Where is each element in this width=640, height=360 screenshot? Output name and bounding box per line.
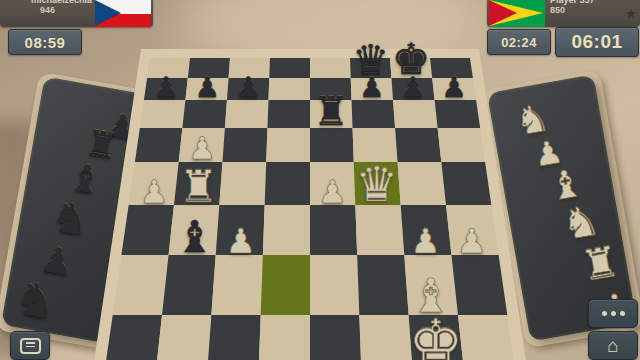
piece-black-P-c7[interactable]: ♟	[236, 74, 261, 102]
clock-right-move-timer: 02:24	[487, 29, 551, 55]
square-d4[interactable]	[265, 162, 310, 205]
square-d7[interactable]	[268, 78, 310, 100]
ellipsis-icon	[602, 311, 625, 316]
piece-white-P-g3[interactable]: ♟	[410, 224, 440, 258]
piece-black-B-b3[interactable]: ♝	[175, 215, 214, 259]
player-rating-left: 946	[0, 5, 55, 15]
square-d8[interactable]	[269, 58, 310, 78]
square-g4[interactable]	[398, 162, 446, 205]
piece-white-P-c3[interactable]: ♟	[225, 224, 255, 258]
piece-black-P-f7[interactable]: ♟	[359, 74, 384, 102]
square-g5[interactable]	[395, 128, 441, 162]
square-e2[interactable]	[310, 255, 359, 315]
player-rating-right: 850	[550, 5, 565, 15]
square-d6[interactable]	[267, 100, 310, 128]
square-c5[interactable]	[222, 128, 267, 162]
square-e8[interactable]	[310, 58, 351, 78]
square-h5[interactable]	[438, 128, 485, 162]
square-a1[interactable]	[105, 315, 162, 360]
player-plate-right: Player 337 850 ★	[487, 0, 640, 27]
square-d1[interactable]	[259, 315, 310, 360]
more-options-button[interactable]	[588, 299, 638, 328]
home-button[interactable]: ⌂	[588, 331, 638, 360]
piece-black-R-e6[interactable]: ♜	[313, 91, 349, 131]
piece-white-P-a4[interactable]: ♟	[140, 176, 169, 208]
clock-left-player: 08:59	[8, 29, 82, 55]
move-list-icon	[20, 338, 41, 354]
star-icon: ★	[625, 6, 637, 21]
square-f1[interactable]	[359, 315, 412, 360]
square-c1[interactable]	[208, 315, 261, 360]
piece-black-P-h7[interactable]: ♟	[441, 74, 466, 102]
square-f2[interactable]	[357, 255, 409, 315]
home-icon: ⌂	[607, 336, 618, 355]
menu-button[interactable]	[10, 331, 50, 360]
square-h4[interactable]	[441, 162, 491, 205]
square-b6[interactable]	[182, 100, 227, 128]
square-h1[interactable]	[458, 315, 515, 360]
square-a2[interactable]	[113, 255, 169, 315]
piece-black-P-g7[interactable]: ♟	[400, 74, 425, 102]
piece-white-K-g1[interactable]: ♚	[408, 312, 463, 360]
czech-flag-icon	[95, 0, 151, 27]
piece-white-P-e4[interactable]: ♟	[318, 176, 347, 208]
player-plate-left: michaelzechia 946	[0, 0, 153, 27]
square-c4[interactable]	[219, 162, 266, 205]
clock-right-player: 06:01	[555, 27, 639, 57]
square-c2[interactable]	[211, 255, 263, 315]
square-h6[interactable]	[435, 100, 481, 128]
piece-white-P-b5[interactable]: ♟	[188, 133, 216, 164]
square-b1[interactable]	[156, 315, 211, 360]
square-e1[interactable]	[310, 315, 361, 360]
guyana-flag-icon	[489, 0, 545, 27]
piece-white-R-b4[interactable]: ♜	[179, 165, 218, 209]
square-c6[interactable]	[225, 100, 269, 128]
square-b2[interactable]	[162, 255, 216, 315]
square-e3[interactable]	[310, 205, 357, 255]
square-f6[interactable]	[352, 100, 396, 128]
piece-black-P-b7[interactable]: ♟	[195, 74, 220, 102]
square-h2[interactable]	[451, 255, 507, 315]
square-d2[interactable]	[261, 255, 310, 315]
square-f3[interactable]	[355, 205, 404, 255]
piece-black-P-a7[interactable]: ♟	[154, 74, 179, 102]
square-d3[interactable]	[263, 205, 310, 255]
square-a5[interactable]	[135, 128, 182, 162]
piece-white-P-h3[interactable]: ♟	[457, 224, 487, 258]
piece-white-Q-f4[interactable]: ♛	[355, 161, 398, 209]
square-d5[interactable]	[266, 128, 310, 162]
square-g6[interactable]	[393, 100, 438, 128]
square-a3[interactable]	[121, 205, 174, 255]
square-a6[interactable]	[140, 100, 186, 128]
